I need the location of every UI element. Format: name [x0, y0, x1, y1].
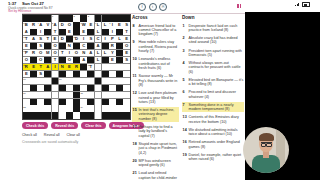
grid-cell[interactable]: A — [44, 64, 51, 71]
clue-text: Elevated bird on Bonaparte — it's a bit … — [189, 78, 244, 87]
grid-cell-black — [23, 112, 30, 119]
grid-cell[interactable] — [73, 112, 80, 119]
grid-cell[interactable] — [102, 64, 109, 71]
grid-cell-black — [95, 78, 102, 85]
grid-cell[interactable] — [109, 105, 116, 112]
clear-all-link[interactable]: Clear all — [67, 133, 80, 137]
grid-cell[interactable]: O — [66, 22, 73, 29]
grid-cell[interactable]: E — [66, 29, 73, 36]
grid-cell[interactable]: E — [87, 22, 94, 29]
grid-cell[interactable] — [87, 92, 94, 99]
grid-cell[interactable]: W9 — [80, 22, 87, 29]
grid-cell-black — [87, 71, 94, 78]
down-clue-2[interactable]: 2Absolute crazy kid has indeed sited aro… — [182, 35, 244, 45]
across-clue-21[interactable]: 21Loud and refined caption for child-min… — [132, 171, 179, 180]
grid-cell-black — [116, 50, 123, 57]
grid-cell-black — [102, 43, 109, 50]
crossword-grid[interactable]: 123B8RA4VA5DOW9EL6LI7ESAITEELITT10ASTEDD… — [22, 14, 131, 120]
grid-cell[interactable]: 2 — [73, 15, 80, 22]
grid-cell[interactable]: A — [87, 50, 94, 57]
check-all-link[interactable]: Check all — [22, 133, 37, 137]
grid-cell[interactable]: L — [102, 50, 109, 57]
grid-cell[interactable]: E — [123, 50, 130, 57]
grid-cell[interactable]: T — [123, 29, 130, 36]
grid-cell[interactable]: R15 — [23, 64, 30, 71]
grid-cell[interactable]: N — [66, 43, 73, 50]
grid-cell[interactable] — [95, 112, 102, 119]
clue-number: 23 — [23, 106, 25, 108]
clue-number: 3 — [88, 15, 89, 17]
clue-number: 10 — [23, 36, 25, 38]
grid-cell[interactable]: E — [52, 36, 59, 43]
grid-cell-black — [66, 112, 73, 119]
grid-cell-black — [116, 71, 123, 78]
grid-cell-black — [116, 29, 123, 36]
clue-text: Something done in a nearly modern temper… — [189, 103, 244, 112]
grid-cell[interactable]: 18 — [59, 78, 66, 85]
grid-cell[interactable] — [95, 99, 102, 106]
grid-cell-black — [23, 15, 30, 22]
grid-cell-black — [116, 57, 123, 64]
grid-cell-black — [87, 112, 94, 119]
reveal-this-button[interactable]: Reveal this — [51, 122, 78, 129]
clue-text: Savour warmly — Mr Fry's thousands write… — [139, 74, 179, 87]
grid-cell[interactable] — [102, 105, 109, 112]
grid-cell[interactable] — [44, 105, 51, 112]
grid-cell-black — [123, 112, 130, 119]
clue-number: 4 — [38, 22, 39, 24]
grid-cell-black — [44, 99, 51, 106]
grid-cell[interactable] — [23, 85, 30, 92]
grid-cell[interactable] — [73, 78, 80, 85]
clue-text: Absolute crazy kid has indeed sited arou… — [189, 36, 244, 45]
grid-cell-black — [73, 43, 80, 50]
down-clue-16[interactable]: 16Retired amounts order England games (8… — [182, 140, 244, 150]
grid-cell-black — [109, 112, 116, 119]
grid-cell-black — [59, 71, 66, 78]
grid-cell[interactable] — [59, 92, 66, 99]
grid-cell[interactable]: D — [59, 36, 66, 43]
down-clue-3[interactable]: 3President torn apart running with Democ… — [182, 48, 244, 58]
grid-cell[interactable]: R — [73, 64, 80, 71]
check-this-button[interactable]: Check this — [22, 122, 48, 129]
email-icon[interactable]: ✉ — [159, 3, 167, 11]
grid-cell[interactable]: O — [37, 50, 44, 57]
grid-cell-black — [87, 57, 94, 64]
grid-cell-black — [73, 92, 80, 99]
battery-icon — [302, 2, 310, 7]
grid-cell-black — [30, 71, 37, 78]
across-clue-18[interactable]: 18Stupid mate upset turn, just a chap in… — [132, 141, 179, 156]
grid-cell[interactable]: D11 — [73, 36, 80, 43]
grid-cell-black — [80, 15, 87, 22]
grid-cell[interactable]: E — [123, 36, 130, 43]
clue-number: 16 — [88, 64, 90, 66]
grid-cell[interactable]: 17 — [23, 78, 30, 85]
pause-timer-button[interactable] — [236, 3, 242, 9]
grid-cell[interactable] — [44, 92, 51, 99]
grid-cell[interactable]: R — [30, 50, 37, 57]
clue-text: President torn apart running with Democr… — [189, 49, 244, 58]
grid-cell[interactable]: O — [52, 50, 59, 57]
grid-cell-black — [80, 112, 87, 119]
grid-cell[interactable]: A — [23, 29, 30, 36]
grid-cell[interactable]: M — [44, 50, 51, 57]
grid-cell-black — [102, 15, 109, 22]
crossword-links: Check allReveal allClear all — [22, 133, 80, 137]
grid-cell[interactable]: L — [95, 50, 102, 57]
grid-cell[interactable]: S — [87, 36, 94, 43]
across-clue-15[interactable]: 15In text that's machine, veterinary deg… — [132, 107, 179, 122]
share-buttons: f t ✉ — [138, 3, 167, 11]
clue-text: Without always worn-out contracts for pe… — [189, 61, 244, 74]
grid-cell[interactable] — [37, 78, 44, 85]
grid-cell[interactable] — [116, 92, 123, 99]
clue-text: Leonardo's endless contributions out of … — [139, 57, 179, 70]
grid-cell-black — [102, 112, 109, 119]
grid-cell[interactable]: E — [109, 57, 116, 64]
grid-cell[interactable] — [123, 85, 130, 92]
grid-cell[interactable]: A5 — [52, 22, 59, 29]
grid-cell[interactable]: L6 — [95, 22, 102, 29]
grid-cell[interactable] — [23, 99, 30, 106]
grid-cell[interactable]: A4 — [37, 22, 44, 29]
grid-cell[interactable] — [95, 92, 102, 99]
grid-cell[interactable]: 23 — [23, 105, 30, 112]
grid-cell[interactable]: E — [23, 43, 30, 50]
grid-cell-black — [95, 15, 102, 22]
grid-cell-black — [30, 57, 37, 64]
grid-cell[interactable] — [87, 78, 94, 85]
down-clue-14[interactable]: 14We disturbed admitting initials twice … — [182, 127, 244, 137]
grid-cell[interactable] — [109, 78, 116, 85]
grid-cell[interactable] — [66, 78, 73, 85]
clue-number: 7 — [109, 22, 110, 24]
grid-cell-black — [59, 57, 66, 64]
header-divider — [22, 13, 245, 14]
grid-cell[interactable]: O — [123, 43, 130, 50]
grid-cell[interactable]: E — [116, 22, 123, 29]
grid-cell[interactable]: P12 — [23, 50, 30, 57]
grid-cell-black — [66, 36, 73, 43]
clue-text: Daniel, for example, rather quiet when r… — [189, 153, 244, 162]
grid-cell[interactable] — [30, 105, 37, 112]
grid-cell[interactable]: 1 — [52, 15, 59, 22]
grid-cell-black — [123, 15, 130, 22]
reveal-all-link[interactable]: Reveal all — [44, 133, 60, 137]
grid-cell[interactable]: I — [52, 64, 59, 71]
grid-cell[interactable] — [66, 99, 73, 106]
grid-cell-black — [44, 85, 51, 92]
grid-cell[interactable]: 3 — [87, 15, 94, 22]
page-byline: Set by Hectence — [8, 9, 31, 13]
grid-cell[interactable] — [123, 92, 130, 99]
clue-text: Loud and refined caption for child-minde… — [139, 171, 179, 180]
grid-cell[interactable] — [66, 71, 73, 78]
grid-cell[interactable]: E — [30, 64, 37, 71]
across-clue-9[interactable]: 9How noble rulers stay confined, Riviera… — [132, 40, 179, 55]
grid-cell[interactable]: A — [95, 43, 102, 50]
clue-number: 5 — [52, 22, 53, 24]
grid-cell-black — [59, 15, 66, 22]
grid-cell[interactable]: T — [44, 36, 51, 43]
webcam-overlay[interactable] — [243, 127, 289, 173]
grid-cell[interactable] — [116, 105, 123, 112]
grid-cell[interactable]: D — [59, 22, 66, 29]
grid-cell[interactable] — [102, 78, 109, 85]
grid-cell[interactable]: T16 — [87, 64, 94, 71]
grid-cell[interactable]: R — [30, 22, 37, 29]
grid-cell-black — [116, 112, 123, 119]
grid-cell-black — [109, 15, 116, 22]
grid-cell[interactable] — [37, 85, 44, 92]
grid-cell[interactable] — [95, 85, 102, 92]
clue-text: Retired amounts order England games (8) — [189, 140, 244, 149]
grid-cell-black — [73, 22, 80, 29]
grid-cell[interactable] — [52, 71, 59, 78]
across-clues: Across 8American friend laid to commit C… — [132, 15, 179, 180]
down-clue-5[interactable]: 5Elevated bird on Bonaparte — it's a bit… — [182, 77, 244, 87]
grid-cell-black — [87, 99, 94, 106]
grid-cell-black — [44, 43, 51, 50]
grid-cell-black — [52, 112, 59, 119]
grid-cell[interactable] — [30, 92, 37, 99]
grid-cell[interactable] — [80, 71, 87, 78]
grid-cell[interactable]: L — [95, 57, 102, 64]
down-clue-7[interactable]: 7Something done in a nearly modern tempe… — [182, 102, 244, 112]
grid-cell[interactable]: A — [80, 57, 87, 64]
grid-cell-black — [102, 57, 109, 64]
clue-text: Love and then platinum ruined a year fil… — [139, 91, 179, 104]
grid-cell[interactable] — [52, 99, 59, 106]
grid-cell-black — [59, 29, 66, 36]
grid-cell[interactable] — [80, 78, 87, 85]
grid-cell[interactable] — [66, 105, 73, 112]
grid-cell[interactable] — [116, 64, 123, 71]
grid-cell[interactable]: O — [23, 57, 30, 64]
system-icons — [295, 2, 310, 7]
grid-cell[interactable] — [52, 85, 59, 92]
grid-cell-black — [102, 71, 109, 78]
grid-cell[interactable] — [95, 64, 102, 71]
grid-cell[interactable]: S — [123, 57, 130, 64]
clue-number: 8 — [23, 22, 24, 24]
signal-icon — [295, 3, 300, 7]
grid-cell[interactable]: 21 — [80, 92, 87, 99]
grid-cell[interactable] — [44, 78, 51, 85]
grid-cell[interactable] — [102, 92, 109, 99]
grid-cell[interactable]: S — [37, 43, 44, 50]
grid-cell[interactable]: 24 — [80, 105, 87, 112]
grid-cell[interactable] — [109, 85, 116, 92]
grid-cell-black — [30, 112, 37, 119]
grid-cell[interactable] — [116, 78, 123, 85]
grid-cell[interactable] — [109, 99, 116, 106]
grid-cell[interactable] — [109, 71, 116, 78]
clue-number: 21 — [81, 92, 83, 94]
grid-cell[interactable]: O — [73, 50, 80, 57]
grid-cell-black — [66, 15, 73, 22]
clue-number: 15 — [23, 64, 25, 66]
grid-cell-black — [44, 57, 51, 64]
across-clue-10[interactable]: 10Leonardo's endless contributions out o… — [132, 57, 179, 72]
grid-cell[interactable]: I — [109, 29, 116, 36]
grid-cell[interactable] — [87, 105, 94, 112]
grid-cell[interactable]: E — [66, 64, 73, 71]
grid-cell-black — [102, 99, 109, 106]
grid-cell[interactable]: C — [95, 36, 102, 43]
grid-cell[interactable]: T — [59, 50, 66, 57]
grid-cell-black — [44, 15, 51, 22]
grid-cell-black — [116, 43, 123, 50]
grid-cell[interactable]: S — [37, 36, 44, 43]
person-glasses — [261, 142, 272, 145]
grid-cell[interactable]: B8 — [23, 22, 30, 29]
grid-cell-black — [30, 99, 37, 106]
across-clue-17[interactable]: 17Perhaps trip to find a lady by landlor… — [132, 124, 179, 139]
grid-cell[interactable]: L — [95, 29, 102, 36]
clue-number: 9 — [81, 22, 82, 24]
grid-cell[interactable] — [30, 78, 37, 85]
crossword-controls: Check thisReveal thisClear thisAnagram h… — [22, 122, 144, 129]
grid-cell[interactable]: N — [59, 64, 66, 71]
grid-cell-black — [30, 85, 37, 92]
down-header: Down — [182, 15, 244, 20]
grid-cell-black — [116, 15, 123, 22]
across-clue-20[interactable]: 20MP has windscreen wiped gently (6) — [132, 158, 179, 168]
across-clue-8[interactable]: 8American friend laid to commit Chancell… — [132, 23, 179, 38]
grid-cell[interactable]: O — [66, 57, 73, 64]
grid-cell[interactable] — [59, 112, 66, 119]
grid-cell[interactable] — [52, 105, 59, 112]
clue-text: Desperate fiancé laid on cash practice f… — [189, 24, 244, 33]
grid-cell[interactable] — [109, 64, 116, 71]
clue-text: How noble rulers stay confined, Riviera … — [139, 40, 179, 53]
grid-cell[interactable]: V — [44, 22, 51, 29]
grid-cell-black — [73, 71, 80, 78]
clue-text: American friend laid to commit Chancello… — [139, 24, 179, 37]
grid-cell[interactable] — [59, 105, 66, 112]
grid-cell[interactable]: T — [52, 57, 59, 64]
grid-cell[interactable] — [123, 78, 130, 85]
grid-cell-black — [30, 43, 37, 50]
clue-text: Proceed to limit and discover whatever (… — [189, 90, 244, 99]
twitter-icon[interactable]: t — [149, 3, 157, 11]
grid-cell[interactable]: I — [66, 50, 73, 57]
clue-text: We disturbed admitting initials twice ab… — [189, 128, 244, 137]
down-clue-6[interactable]: 6Proceed to limit and discover whatever … — [182, 90, 244, 100]
grid-cell[interactable]: C — [80, 43, 87, 50]
down-clues: Down 1Desperate fiancé laid on cash prac… — [182, 15, 244, 164]
clue-text: MP has windscreen wiped gently (6) — [139, 159, 179, 168]
clue-number: 1 — [52, 15, 53, 17]
clue-number: 20 — [23, 92, 25, 94]
clue-number: 11 — [73, 36, 75, 38]
grid-cell-black — [73, 85, 80, 92]
grid-cell-black — [80, 64, 87, 71]
grid-cell[interactable]: E — [23, 71, 30, 78]
grid-cell-black — [87, 85, 94, 92]
grid-cell[interactable]: T — [52, 29, 59, 36]
down-clue-13[interactable]: 13Contents of this Emirates diary receiv… — [182, 115, 244, 125]
grid-cell[interactable]: 20 — [23, 92, 30, 99]
grid-cell[interactable]: O — [52, 43, 59, 50]
clue-number: 18 — [59, 78, 61, 80]
across-clue-11[interactable]: 11Savour warmly — Mr Fry's thousands wri… — [132, 74, 179, 89]
grid-cell[interactable]: S — [37, 71, 44, 78]
grid-cell-black — [59, 99, 66, 106]
grid-cell[interactable] — [37, 92, 44, 99]
grid-cell[interactable]: T — [37, 64, 44, 71]
grid-cell[interactable]: T10 — [23, 36, 30, 43]
grid-cell[interactable] — [95, 71, 102, 78]
grid-cell-black — [44, 29, 51, 36]
grid-cell-black — [59, 43, 66, 50]
grid-cell[interactable] — [66, 92, 73, 99]
grid-cell[interactable] — [95, 105, 102, 112]
grid-cell[interactable]: E — [80, 29, 87, 36]
grid-cell-black — [102, 29, 109, 36]
grid-cell[interactable] — [80, 99, 87, 106]
across-clue-12[interactable]: 12Love and then platinum ruined a year f… — [132, 91, 179, 106]
grid-cell[interactable]: Y — [109, 50, 116, 57]
grid-cell[interactable]: O — [37, 57, 44, 64]
grid-cell[interactable]: I — [102, 36, 109, 43]
grid-cell-black — [30, 29, 37, 36]
grid-cell-black — [73, 57, 80, 64]
grid-cell[interactable]: A — [30, 36, 37, 43]
grid-cell[interactable] — [52, 92, 59, 99]
grid-cell[interactable]: P — [109, 36, 116, 43]
grid-cell-black — [30, 15, 37, 22]
grid-cell-black — [102, 85, 109, 92]
grid-cell[interactable]: L — [116, 36, 123, 43]
down-clue-1[interactable]: 1Desperate fiancé laid on cash practice … — [182, 23, 244, 33]
grid-cell[interactable] — [80, 85, 87, 92]
grid-cell[interactable] — [66, 85, 73, 92]
grid-cell-black — [44, 71, 51, 78]
clear-this-button[interactable]: Clear this — [81, 122, 105, 129]
grid-cell[interactable]: I — [80, 36, 87, 43]
grid-cell[interactable] — [123, 99, 130, 106]
grid-cell-black — [73, 29, 80, 36]
grid-cell[interactable]: S — [123, 22, 130, 29]
grid-cell[interactable]: I7 — [109, 22, 116, 29]
facebook-icon[interactable]: f — [138, 3, 146, 11]
across-header: Across — [132, 15, 179, 20]
grid-cell[interactable] — [37, 105, 44, 112]
down-clue-4[interactable]: 4Without always worn-out contracts for p… — [182, 60, 244, 75]
clue-text: In text that's machine, veterinary degre… — [139, 108, 179, 121]
grid-cell[interactable]: N — [80, 50, 87, 57]
grid-cell[interactable] — [37, 99, 44, 106]
grid-cell[interactable] — [109, 92, 116, 99]
grid-cell[interactable] — [123, 64, 130, 71]
grid-cell-black — [73, 99, 80, 106]
grid-cell[interactable]: I — [37, 29, 44, 36]
grid-cell[interactable] — [123, 71, 130, 78]
down-clue-19[interactable]: 19Daniel, for example, rather quiet when… — [182, 152, 244, 162]
person-hair — [259, 133, 274, 141]
grid-cell-black — [116, 85, 123, 92]
grid-cell[interactable]: L — [102, 22, 109, 29]
clue-text: Contents of this Emirates diary receive … — [189, 115, 244, 124]
clue-text: Stupid mate upset turn, just a chap in P… — [139, 142, 179, 155]
grid-cell[interactable]: R — [109, 43, 116, 50]
grid-cell[interactable] — [123, 105, 130, 112]
autosave-note: Crosswords are saved automatically — [22, 140, 78, 144]
clue-text: Perhaps trip to find a lady by landlord'… — [139, 125, 179, 138]
